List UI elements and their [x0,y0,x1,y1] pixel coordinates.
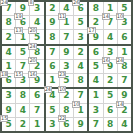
cell-r8c9[interactable]: 214 [118,104,131,117]
solution-digit: 2 [49,4,55,13]
cage-sum-label: 24 [116,57,124,64]
cell-r3c9[interactable]: 6 [118,30,131,43]
solution-digit: 4 [121,120,127,129]
solution-digit: 3 [49,120,55,129]
cell-r8c3[interactable]: 7 [30,104,43,117]
cell-r4c6[interactable]: 2 [74,46,87,59]
cage-sum-label: 20 [28,27,36,34]
solution-digit: 2 [20,120,26,129]
block-r1c2: 6315916824427 [89,46,131,88]
solution-digit: 3 [107,48,113,57]
solution-digit: 9 [20,4,26,13]
block-r0c0: 724938861942113520 [2,2,44,44]
solution-digit: 4 [93,76,99,85]
solution-digit: 4 [5,48,11,57]
solution-digit: 5 [78,18,84,27]
cell-r5c6[interactable]: 4 [74,60,87,73]
solution-digit: 4 [78,62,84,71]
cell-r9c9[interactable]: 4 [118,118,131,131]
solution-digit: 6 [107,106,113,115]
solution-digit: 7 [93,120,99,129]
cell-r4c4[interactable]: 7 [46,46,59,59]
cell-r7c3[interactable]: 6 [30,89,43,102]
cage-sum-label: 18 [0,71,8,78]
cell-r9c5[interactable]: 622 [60,118,73,131]
solution-digit: 1 [107,4,113,13]
solution-digit: 1 [121,48,127,57]
block-r2c2: 15936214784 [89,89,131,131]
cell-r6c7[interactable]: 4 [89,74,102,87]
cell-r9c2[interactable]: 2 [16,118,29,131]
cage-sum-label: 15 [14,71,22,78]
cage-sum-label: 26 [72,0,80,6]
cell-r4c1[interactable]: 4 [2,46,15,59]
cage-sum-label: 10 [72,101,80,108]
cell-r6c3[interactable]: 916 [30,74,43,87]
solution-digit: 9 [63,48,69,57]
cell-r6c9[interactable]: 7 [118,74,131,87]
solution-digit: 4 [63,4,69,13]
cell-r7c2[interactable]: 8 [16,89,29,102]
cell-r6c5[interactable]: 523 [60,74,73,87]
cell-r1c6[interactable]: 626 [74,2,87,15]
solution-digit: 5 [20,48,26,57]
solution-digit: 1 [49,76,55,85]
solution-digit: 7 [63,33,69,42]
cage-sum-label: 16 [102,57,110,64]
solution-digit: 7 [121,76,127,85]
solution-digit: 4 [20,106,26,115]
cage-sum-label: 14 [116,101,124,108]
cell-r8c7[interactable]: 3 [89,104,102,117]
cage-sum-label: 19 [14,13,22,20]
cell-r8c6[interactable]: 110 [74,104,87,117]
solution-digit: 8 [5,18,11,27]
solution-digit: 6 [93,48,99,57]
cage-sum-label: 13 [14,27,22,34]
solution-digit: 4 [34,18,40,27]
block-r2c0: 38694751521 [2,89,44,131]
solution-digit: 6 [49,62,55,71]
solution-digit: 7 [20,62,26,71]
cage-sum-label: 24 [0,0,8,6]
solution-digit: 2 [78,48,84,57]
cage-sum-label: 14 [102,13,110,20]
cage-sum-label: 16 [28,71,36,78]
solution-digit: 1 [5,62,11,71]
solution-digit: 2 [5,33,11,42]
killer-sudoku-board: 7249388619421135202462691115873815271431… [0,0,133,133]
solution-digit: 3 [93,106,99,115]
block-r1c1: 79263415238 [46,46,88,88]
cell-r3c7[interactable]: 917 [89,30,102,43]
cage-sum-label: 10 [116,13,124,20]
solution-digit: 7 [49,48,55,57]
cell-r3c6[interactable]: 3 [74,30,87,43]
cell-r6c8[interactable]: 2 [104,74,117,87]
block-r0c1: 2462691115873 [46,2,88,44]
solution-digit: 5 [49,106,55,115]
cell-r4c5[interactable]: 9 [60,46,73,59]
solution-digit: 3 [78,33,84,42]
cell-r3c4[interactable]: 8 [46,30,59,43]
cell-r3c5[interactable]: 7 [60,30,73,43]
solution-digit: 9 [78,120,84,129]
solution-digit: 6 [34,91,40,100]
cage-sum-label: 24 [28,43,36,50]
cell-r6c6[interactable]: 8 [74,74,87,87]
cage-sum-label: 20 [28,57,36,64]
cage-sum-label: 22 [58,115,66,122]
cell-r9c3[interactable]: 1 [30,118,43,131]
cage-sum-label: 17 [87,27,95,34]
cell-r8c2[interactable]: 4 [16,104,29,117]
solution-digit: 7 [34,106,40,115]
solution-digit: 9 [5,106,11,115]
solution-digit: 1 [93,91,99,100]
solution-digit: 8 [20,91,26,100]
solution-digit: 9 [121,91,127,100]
cage-sum-label: 8 [28,0,33,6]
cell-r7c7[interactable]: 1 [89,89,102,102]
solution-digit: 8 [63,106,69,115]
cell-r3c8[interactable]: 4 [104,30,117,43]
cell-r2c9[interactable]: 310 [118,16,131,29]
solution-digit: 8 [78,76,84,85]
solution-digit: 5 [93,62,99,71]
cage-sum-label: 23 [58,71,66,78]
solution-digit: 3 [5,91,11,100]
cell-r2c6[interactable]: 5 [74,16,87,29]
cell-r5c9[interactable]: 824 [118,60,131,73]
cell-r9c8[interactable]: 8 [104,118,117,131]
solution-digit: 2 [93,18,99,27]
solution-digit: 3 [34,4,40,13]
block-r1c0: 4582417220618315916 [2,46,44,88]
solution-digit: 8 [49,33,55,42]
solution-digit: 4 [107,33,113,42]
solution-digit: 8 [93,4,99,13]
cage-sum-label: 24 [44,86,52,93]
cage-sum-label: 10 [58,86,66,93]
cell-r9c1[interactable]: 515 [2,118,15,131]
solution-digit: 5 [107,91,113,100]
cell-r9c6[interactable]: 9 [74,118,87,131]
cage-sum-label: 11 [58,13,66,20]
solution-digit: 7 [78,91,84,100]
cell-r9c7[interactable]: 7 [89,118,102,131]
block-r0c2: 815271431091746 [89,2,131,44]
solution-digit: 6 [121,33,127,42]
solution-digit: 5 [121,4,127,13]
solution-digit: 1 [34,120,40,129]
solution-digit: 2 [107,76,113,85]
cell-r2c5[interactable]: 111 [60,16,73,29]
solution-digit: 9 [49,18,55,27]
block-r2c1: 42421075811036229 [46,89,88,131]
cell-r1c3[interactable]: 38 [30,2,43,15]
solution-digit: 3 [63,62,69,71]
cage-sum-label: 15 [0,115,8,122]
solution-digit: 8 [107,120,113,129]
cell-r7c1[interactable]: 3 [2,89,15,102]
